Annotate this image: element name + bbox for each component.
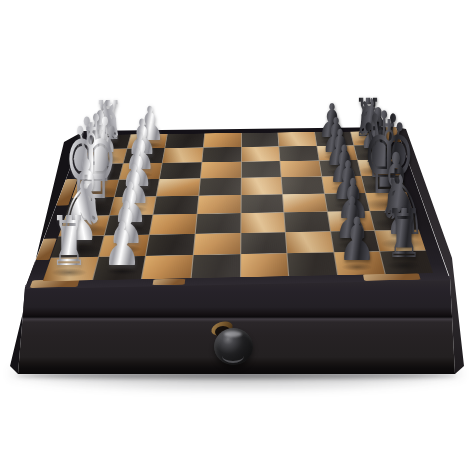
square-h2 (93, 256, 146, 280)
square-a4 (204, 133, 241, 147)
square-g2 (99, 235, 149, 257)
square-h8 (381, 251, 433, 274)
square-e7 (325, 193, 370, 211)
square-c6 (281, 161, 322, 177)
square-c4 (201, 162, 241, 178)
square-b6 (279, 146, 318, 161)
square-e8 (366, 192, 412, 210)
knob-reflection (222, 349, 244, 363)
square-g6 (286, 231, 333, 253)
square-d2 (115, 179, 160, 197)
square-h6 (288, 253, 337, 276)
square-b4 (202, 147, 241, 162)
square-a2 (127, 134, 167, 148)
knob-highlight (224, 331, 242, 337)
square-d1 (72, 180, 118, 198)
square-c5 (241, 161, 281, 177)
square-d5 (241, 177, 282, 194)
square-f6 (284, 212, 329, 232)
square-b2 (123, 148, 164, 163)
square-a8 (351, 131, 391, 145)
chess-set-photo: ♜♞♝♛♚♝♞♜♟♟♟♟♟♟♟♟♟♟♟♟♟♟♟♟♜♞♝♛♚♝♞♜ (0, 0, 470, 470)
square-d8 (362, 175, 406, 192)
square-a7 (315, 132, 354, 146)
square-e2 (110, 196, 156, 215)
square-e5 (241, 194, 283, 213)
chess-board (43, 131, 433, 281)
square-h5 (241, 254, 289, 278)
square-a1 (89, 134, 130, 148)
square-g3 (146, 234, 194, 256)
square-h7 (334, 252, 385, 275)
square-d7 (322, 176, 365, 193)
square-b7 (317, 145, 357, 160)
square-b3 (163, 148, 203, 163)
square-a5 (242, 133, 279, 147)
square-h3 (142, 255, 192, 279)
square-g8 (375, 230, 425, 251)
square-b1 (84, 149, 127, 164)
square-e6 (283, 194, 327, 213)
square-d6 (282, 177, 324, 194)
square-c2 (119, 163, 162, 179)
square-h1 (43, 257, 98, 281)
square-g7 (331, 231, 380, 253)
square-g4 (194, 233, 240, 255)
square-f7 (328, 211, 375, 231)
board-plane (25, 127, 450, 289)
square-f4 (196, 213, 240, 233)
square-f3 (150, 214, 196, 234)
square-f1 (59, 216, 109, 236)
square-e3 (154, 196, 199, 215)
square-g1 (51, 236, 103, 258)
square-f5 (241, 213, 285, 233)
square-d3 (157, 179, 200, 196)
square-f8 (371, 210, 419, 230)
square-h4 (191, 255, 239, 279)
frame-inlay-fleck (153, 279, 186, 285)
square-c1 (78, 164, 122, 180)
square-a6 (278, 132, 316, 146)
square-c3 (160, 163, 201, 179)
square-e4 (197, 195, 240, 214)
square-c7 (319, 160, 361, 176)
square-b5 (241, 146, 279, 161)
square-c8 (358, 160, 401, 176)
square-b8 (355, 145, 396, 160)
square-d4 (199, 178, 240, 195)
square-f2 (104, 215, 152, 235)
square-a3 (166, 134, 205, 148)
frame-inlay-fleck (363, 273, 421, 280)
square-e1 (65, 197, 113, 216)
square-g5 (241, 232, 287, 254)
